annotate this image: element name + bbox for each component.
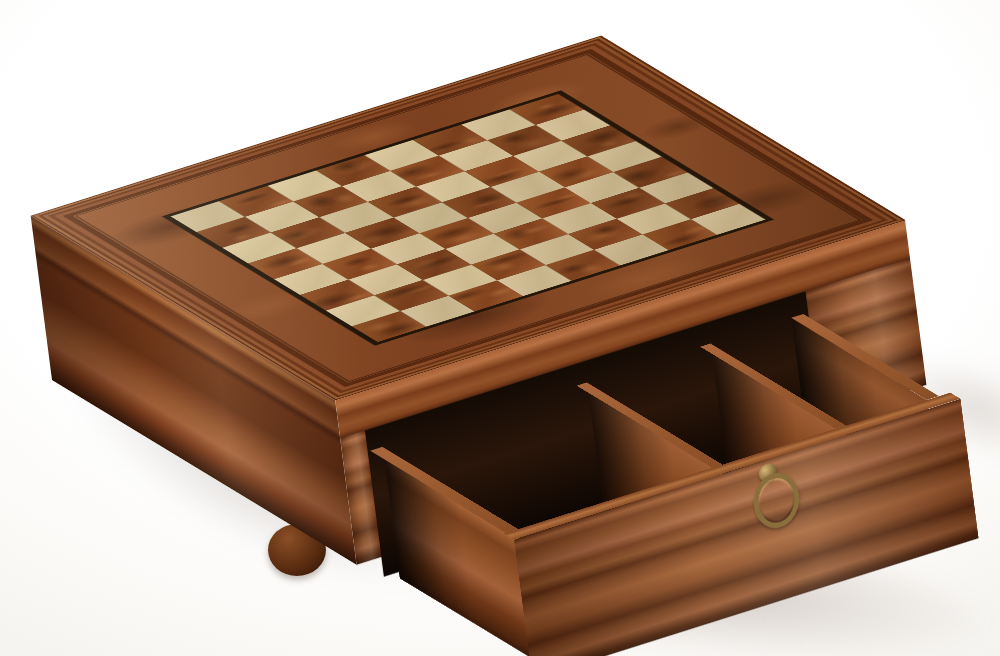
- dark-square: [613, 157, 687, 188]
- light-square: [461, 109, 535, 140]
- light-square: [268, 171, 342, 202]
- dark-square: [316, 155, 390, 186]
- dark-square: [562, 125, 636, 156]
- dark-square: [539, 156, 613, 187]
- light-square: [364, 140, 438, 171]
- pull-ring: [749, 465, 805, 536]
- light-square: [587, 141, 661, 172]
- scene: [0, 0, 1000, 656]
- dark-square: [390, 156, 464, 187]
- dark-square: [293, 186, 367, 217]
- light-square: [439, 140, 513, 171]
- dark-square: [487, 125, 561, 156]
- dark-square: [510, 94, 584, 125]
- light-square: [513, 141, 587, 172]
- light-square: [245, 202, 319, 233]
- product-photo-stage: [0, 0, 1000, 656]
- dark-square: [413, 125, 487, 156]
- light-square: [536, 110, 610, 141]
- light-square: [342, 171, 416, 202]
- light-square: [416, 171, 490, 202]
- dark-square: [465, 156, 539, 187]
- dark-square: [197, 217, 271, 248]
- light-square: [319, 202, 393, 233]
- light-square: [491, 172, 565, 203]
- dark-square: [368, 187, 442, 218]
- light-square: [171, 201, 245, 232]
- dark-square: [219, 186, 293, 217]
- brass-ring-pull: [747, 455, 797, 532]
